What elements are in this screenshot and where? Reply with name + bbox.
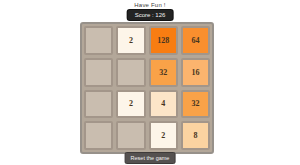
empty-cell-r2c0 xyxy=(84,90,113,119)
empty-cell-r3c1 xyxy=(116,121,145,150)
tile-2-r0c1: 2 xyxy=(116,26,145,55)
empty-cell-r3c0 xyxy=(84,121,113,150)
tile-16-r1c3: 16 xyxy=(181,58,210,87)
empty-cell-r0c0 xyxy=(84,26,113,55)
empty-cell-r1c1 xyxy=(116,58,145,87)
empty-cell-r1c0 xyxy=(84,58,113,87)
tile-2-r2c1: 2 xyxy=(116,90,145,119)
board-2048[interactable]: 2128643216243228 xyxy=(80,22,214,154)
tile-64-r0c3: 64 xyxy=(181,26,210,55)
reset-button[interactable]: Reset the game xyxy=(125,152,176,164)
page-title: Have Fun ! xyxy=(0,2,300,8)
tile-2-r3c2: 2 xyxy=(149,121,178,150)
app: Have Fun ! Score : 126 2128643216243228 … xyxy=(0,0,300,165)
score-badge: Score : 126 xyxy=(128,10,173,20)
tile-32-r1c2: 32 xyxy=(149,58,178,87)
tile-8-r3c3: 8 xyxy=(181,121,210,150)
tile-4-r2c2: 4 xyxy=(149,90,178,119)
tile-128-r0c2: 128 xyxy=(149,26,178,55)
tile-32-r2c3: 32 xyxy=(181,90,210,119)
